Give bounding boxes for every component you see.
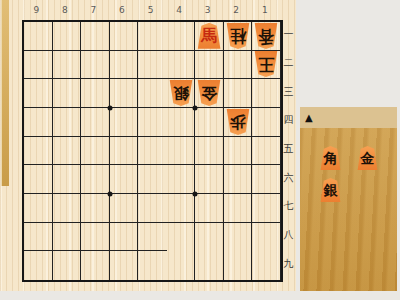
board-cell[interactable] (110, 194, 139, 223)
board-cell[interactable] (138, 251, 167, 280)
file-label: 5 (136, 5, 165, 15)
board-cell[interactable] (53, 51, 82, 80)
board-cell[interactable] (167, 251, 196, 280)
hand-piece[interactable]: 銀 (320, 178, 341, 202)
board-cell[interactable] (252, 223, 281, 252)
board-cell[interactable] (224, 165, 253, 194)
board-cell[interactable]: 香 (252, 22, 281, 51)
board-cell[interactable] (224, 194, 253, 223)
board-cell[interactable] (252, 137, 281, 166)
board-cell[interactable] (252, 194, 281, 223)
board-cell[interactable]: 歩 (224, 108, 253, 137)
rank-label: 七 (281, 192, 296, 221)
board-cell[interactable] (53, 194, 82, 223)
board-cell[interactable] (24, 223, 53, 252)
shogi-piece[interactable]: 金 (197, 80, 221, 106)
board-cell[interactable] (138, 165, 167, 194)
board-cell[interactable] (224, 79, 253, 108)
board-cell[interactable] (81, 79, 110, 108)
board-cell[interactable] (138, 194, 167, 223)
board-cell[interactable] (110, 79, 139, 108)
board-cell[interactable] (53, 251, 82, 280)
board-cell[interactable] (81, 165, 110, 194)
board-cell[interactable] (81, 51, 110, 80)
board-cell[interactable] (53, 22, 82, 51)
file-label: 9 (22, 5, 51, 15)
board-cell[interactable] (252, 251, 281, 280)
board-grid: 馬桂香王銀金歩 (22, 20, 283, 282)
shogi-piece[interactable]: 香 (254, 23, 278, 49)
sente-marker: ▲ (305, 113, 313, 123)
board-cell[interactable] (138, 137, 167, 166)
rank-label: 六 (281, 163, 296, 192)
board-cell[interactable] (224, 223, 253, 252)
shogi-board: 987654321 一二三四五六七八九 馬桂香王銀金歩 (0, 0, 296, 291)
board-cell[interactable]: 桂 (224, 22, 253, 51)
hand-piece[interactable]: 金 (357, 146, 378, 170)
star-point (193, 105, 198, 110)
shogi-piece[interactable]: 馬 (197, 23, 221, 49)
board-cell[interactable] (53, 79, 82, 108)
board-cell[interactable] (81, 137, 110, 166)
board-cell[interactable] (81, 223, 110, 252)
board-cell[interactable] (252, 79, 281, 108)
shogi-piece[interactable]: 王 (254, 51, 278, 77)
board-cell[interactable] (167, 137, 196, 166)
board-cell[interactable] (167, 223, 196, 252)
board-cell[interactable] (24, 51, 53, 80)
hand-pieces: 角金銀 (320, 146, 378, 202)
board-cell[interactable] (195, 137, 224, 166)
board-cell[interactable] (110, 223, 139, 252)
shogi-piece[interactable]: 銀 (169, 80, 193, 106)
board-cell[interactable] (24, 79, 53, 108)
board-cell[interactable] (53, 108, 82, 137)
board-cell[interactable]: 王 (252, 51, 281, 80)
rank-label: 八 (281, 221, 296, 250)
board-cell[interactable] (81, 251, 110, 280)
file-label: 8 (51, 5, 80, 15)
board-cell[interactable] (53, 165, 82, 194)
board-cell[interactable] (53, 137, 82, 166)
board-cell[interactable] (167, 22, 196, 51)
board-cell[interactable] (195, 108, 224, 137)
board-cell[interactable] (110, 22, 139, 51)
hand-piece[interactable]: 角 (320, 146, 341, 170)
board-cell[interactable] (138, 51, 167, 80)
rank-labels: 一二三四五六七八九 (281, 20, 296, 278)
star-point (107, 105, 112, 110)
board-cell[interactable] (195, 51, 224, 80)
rank-label: 五 (281, 135, 296, 164)
board-cell[interactable] (81, 22, 110, 51)
board-cell[interactable] (167, 194, 196, 223)
board-cell[interactable] (195, 165, 224, 194)
board-cell[interactable] (110, 51, 139, 80)
board-cell[interactable] (167, 108, 196, 137)
board-cell[interactable] (138, 22, 167, 51)
board-cell[interactable] (138, 223, 167, 252)
file-label: 4 (165, 5, 194, 15)
rank-label: 三 (281, 77, 296, 106)
board-cell[interactable] (195, 251, 224, 280)
board-cell[interactable] (81, 194, 110, 223)
board-cell[interactable] (224, 51, 253, 80)
file-labels: 987654321 (22, 2, 279, 18)
komadai-header: ▲ (300, 107, 397, 128)
board-cell[interactable] (24, 137, 53, 166)
board-cell[interactable] (24, 22, 53, 51)
board-cell[interactable] (24, 108, 53, 137)
file-label: 2 (222, 5, 251, 15)
screenshot-root: 987654321 一二三四五六七八九 馬桂香王銀金歩 ▲ 角金銀 (0, 0, 400, 300)
board-cell[interactable] (24, 251, 53, 280)
rank-label: 四 (281, 106, 296, 135)
rank-label: 一 (281, 20, 296, 49)
board-cell[interactable]: 馬 (195, 22, 224, 51)
file-label: 6 (108, 5, 137, 15)
file-label: 1 (251, 5, 280, 15)
file-label: 7 (79, 5, 108, 15)
rank-label: 九 (281, 249, 296, 278)
board-cell[interactable] (110, 108, 139, 137)
board-cell[interactable] (110, 165, 139, 194)
board-cell[interactable] (167, 165, 196, 194)
board-cell[interactable] (53, 223, 82, 252)
board-cell[interactable]: 銀 (167, 79, 196, 108)
file-label: 3 (193, 5, 222, 15)
star-point (107, 192, 112, 197)
board-cell[interactable] (81, 108, 110, 137)
rank-label: 二 (281, 49, 296, 78)
board-cell[interactable]: 金 (195, 79, 224, 108)
board-cell[interactable] (110, 137, 139, 166)
gote-komadai-edge (1, 0, 9, 186)
board-cell[interactable] (252, 108, 281, 137)
shogi-piece[interactable]: 桂 (226, 23, 250, 49)
board-cell[interactable] (224, 251, 253, 280)
board-cell[interactable] (110, 251, 139, 280)
board-cell[interactable] (195, 194, 224, 223)
board-cell[interactable] (252, 165, 281, 194)
star-point (193, 192, 198, 197)
sente-komadai: ▲ 角金銀 (300, 107, 397, 291)
board-cell[interactable] (138, 79, 167, 108)
board-cell[interactable] (24, 165, 53, 194)
board-cell[interactable] (138, 108, 167, 137)
board-cell[interactable] (167, 51, 196, 80)
board-cell[interactable] (224, 137, 253, 166)
board-cell[interactable] (195, 223, 224, 252)
board-cell[interactable] (24, 194, 53, 223)
shogi-piece[interactable]: 歩 (226, 109, 250, 135)
